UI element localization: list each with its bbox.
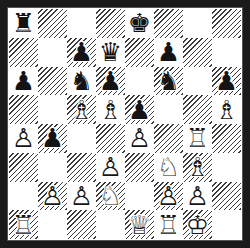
square-a1[interactable]: ♜♖ <box>9 210 38 239</box>
black-piece-glyph: ♟ <box>12 68 35 94</box>
piece-black-knight[interactable]: ♞ <box>157 68 180 94</box>
black-piece-glyph: ♚ <box>128 10 151 36</box>
square-d6[interactable]: ♟ <box>96 67 125 96</box>
white-piece-outline-layer: ♖ <box>186 125 209 151</box>
piece-black-pawn[interactable]: ♟ <box>12 68 35 94</box>
piece-white-rook[interactable]: ♜♖ <box>157 212 180 238</box>
black-piece-glyph: ♟ <box>128 97 151 123</box>
square-h3[interactable] <box>212 153 241 182</box>
square-h4[interactable] <box>212 124 241 153</box>
square-h7[interactable] <box>212 38 241 67</box>
square-f7[interactable]: ♟ <box>154 38 183 67</box>
piece-white-rook[interactable]: ♜♖ <box>12 212 35 238</box>
square-a2[interactable] <box>9 182 38 211</box>
square-f6[interactable]: ♞ <box>154 67 183 96</box>
square-e8[interactable]: ♚ <box>125 9 154 38</box>
square-g8[interactable] <box>183 9 212 38</box>
piece-white-bishop[interactable]: ♝♗ <box>215 97 238 123</box>
white-piece-outline-layer: ♙ <box>99 154 122 180</box>
square-e4[interactable]: ♟♙ <box>125 124 154 153</box>
square-e6[interactable] <box>125 67 154 96</box>
piece-white-bishop[interactable]: ♝♗ <box>70 97 93 123</box>
black-piece-glyph: ♟ <box>70 39 93 65</box>
piece-black-pawn[interactable]: ♟ <box>41 125 64 151</box>
square-e7[interactable] <box>125 38 154 67</box>
square-h2[interactable] <box>212 182 241 211</box>
piece-black-pawn[interactable]: ♟ <box>215 68 238 94</box>
piece-white-pawn[interactable]: ♟♙ <box>12 125 35 151</box>
piece-black-pawn[interactable]: ♟ <box>157 39 180 65</box>
square-d2[interactable]: ♞♘ <box>96 182 125 211</box>
piece-black-pawn[interactable]: ♟ <box>99 68 122 94</box>
square-f1[interactable]: ♜♖ <box>154 210 183 239</box>
square-g1[interactable]: ♚♔ <box>183 210 212 239</box>
square-c6[interactable]: ♞ <box>67 67 96 96</box>
square-h6[interactable]: ♟ <box>212 67 241 96</box>
square-c4[interactable] <box>67 124 96 153</box>
white-piece-outline-layer: ♔ <box>186 212 209 238</box>
square-a7[interactable] <box>9 38 38 67</box>
piece-white-king[interactable]: ♚♔ <box>186 212 209 238</box>
square-f3[interactable]: ♞♘ <box>154 153 183 182</box>
square-f4[interactable] <box>154 124 183 153</box>
black-piece-glyph: ♜ <box>12 10 35 36</box>
white-piece-outline-layer: ♙ <box>70 183 93 209</box>
square-a5[interactable] <box>9 95 38 124</box>
square-f2[interactable]: ♟♙ <box>154 182 183 211</box>
black-piece-glyph: ♞ <box>70 68 93 94</box>
white-piece-outline-layer: ♕ <box>128 212 151 238</box>
piece-black-queen[interactable]: ♛ <box>99 39 122 65</box>
piece-white-queen[interactable]: ♛♕ <box>128 212 151 238</box>
piece-white-pawn[interactable]: ♟♙ <box>70 183 93 209</box>
white-piece-outline-layer: ♘ <box>157 154 180 180</box>
square-g5[interactable] <box>183 95 212 124</box>
white-piece-outline-layer: ♖ <box>12 212 35 238</box>
square-c7[interactable]: ♟ <box>67 38 96 67</box>
square-a3[interactable] <box>9 153 38 182</box>
chess-diagram-page: ♜♚♟♛♟♟♞♟♞♟♝♗♝♗♟♝♗♟♙♟♟♙♜♖♟♙♞♘♝♗♟♙♟♙♞♘♟♙♟♙… <box>0 0 250 248</box>
black-piece-glyph: ♟ <box>157 39 180 65</box>
piece-black-king[interactable]: ♚ <box>128 10 151 36</box>
square-a8[interactable]: ♜ <box>9 9 38 38</box>
piece-white-pawn[interactable]: ♟♙ <box>128 125 151 151</box>
square-g2[interactable]: ♟♙ <box>183 182 212 211</box>
square-g6[interactable] <box>183 67 212 96</box>
square-e1[interactable]: ♛♕ <box>125 210 154 239</box>
square-f8[interactable] <box>154 9 183 38</box>
piece-white-pawn[interactable]: ♟♙ <box>99 154 122 180</box>
square-d7[interactable]: ♛ <box>96 38 125 67</box>
white-piece-outline-layer: ♗ <box>215 97 238 123</box>
black-piece-glyph: ♟ <box>41 125 64 151</box>
square-c2[interactable]: ♟♙ <box>67 182 96 211</box>
black-piece-glyph: ♛ <box>99 39 122 65</box>
piece-white-knight[interactable]: ♞♘ <box>99 183 122 209</box>
piece-white-knight[interactable]: ♞♘ <box>157 154 180 180</box>
white-piece-outline-layer: ♗ <box>99 97 122 123</box>
piece-black-rook[interactable]: ♜ <box>12 10 35 36</box>
square-d4[interactable] <box>96 124 125 153</box>
white-piece-outline-layer: ♙ <box>41 183 64 209</box>
white-piece-outline-layer: ♙ <box>186 183 209 209</box>
white-piece-outline-layer: ♖ <box>157 212 180 238</box>
black-piece-glyph: ♟ <box>99 68 122 94</box>
square-d3[interactable]: ♟♙ <box>96 153 125 182</box>
square-a4[interactable]: ♟♙ <box>9 124 38 153</box>
square-c3[interactable] <box>67 153 96 182</box>
square-b5[interactable] <box>38 95 67 124</box>
white-piece-outline-layer: ♙ <box>12 125 35 151</box>
square-g3[interactable]: ♝♗ <box>183 153 212 182</box>
piece-black-knight[interactable]: ♞ <box>70 68 93 94</box>
square-b3[interactable] <box>38 153 67 182</box>
square-d1[interactable] <box>96 210 125 239</box>
square-e5[interactable]: ♟ <box>125 95 154 124</box>
white-piece-outline-layer: ♘ <box>99 183 122 209</box>
square-h1[interactable] <box>212 210 241 239</box>
square-b6[interactable] <box>38 67 67 96</box>
square-b2[interactable]: ♟♙ <box>38 182 67 211</box>
square-e2[interactable] <box>125 182 154 211</box>
square-f5[interactable] <box>154 95 183 124</box>
chess-board: ♜♚♟♛♟♟♞♟♞♟♝♗♝♗♟♝♗♟♙♟♟♙♜♖♟♙♞♘♝♗♟♙♟♙♞♘♟♙♟♙… <box>9 9 241 239</box>
square-g7[interactable] <box>183 38 212 67</box>
square-h5[interactable]: ♝♗ <box>212 95 241 124</box>
piece-white-pawn[interactable]: ♟♙ <box>186 183 209 209</box>
square-d5[interactable]: ♝♗ <box>96 95 125 124</box>
square-b1[interactable] <box>38 210 67 239</box>
piece-black-pawn[interactable]: ♟ <box>70 39 93 65</box>
square-d8[interactable] <box>96 9 125 38</box>
square-c8[interactable] <box>67 9 96 38</box>
white-piece-outline-layer: ♙ <box>157 183 180 209</box>
piece-white-rook[interactable]: ♜♖ <box>186 125 209 151</box>
square-c1[interactable] <box>67 210 96 239</box>
piece-black-pawn[interactable]: ♟ <box>128 97 151 123</box>
square-b7[interactable] <box>38 38 67 67</box>
square-a6[interactable]: ♟ <box>9 67 38 96</box>
black-piece-glyph: ♟ <box>215 68 238 94</box>
piece-white-pawn[interactable]: ♟♙ <box>41 183 64 209</box>
piece-white-pawn[interactable]: ♟♙ <box>157 183 180 209</box>
square-b8[interactable] <box>38 9 67 38</box>
board-frame: ♜♚♟♛♟♟♞♟♞♟♝♗♝♗♟♝♗♟♙♟♟♙♜♖♟♙♞♘♝♗♟♙♟♙♞♘♟♙♟♙… <box>0 0 250 248</box>
square-h8[interactable] <box>212 9 241 38</box>
white-piece-outline-layer: ♗ <box>186 154 209 180</box>
black-piece-glyph: ♞ <box>157 68 180 94</box>
square-e3[interactable] <box>125 153 154 182</box>
piece-white-bishop[interactable]: ♝♗ <box>186 154 209 180</box>
white-piece-outline-layer: ♙ <box>128 125 151 151</box>
square-b4[interactable]: ♟ <box>38 124 67 153</box>
square-g4[interactable]: ♜♖ <box>183 124 212 153</box>
white-piece-outline-layer: ♗ <box>70 97 93 123</box>
piece-white-bishop[interactable]: ♝♗ <box>99 97 122 123</box>
square-c5[interactable]: ♝♗ <box>67 95 96 124</box>
